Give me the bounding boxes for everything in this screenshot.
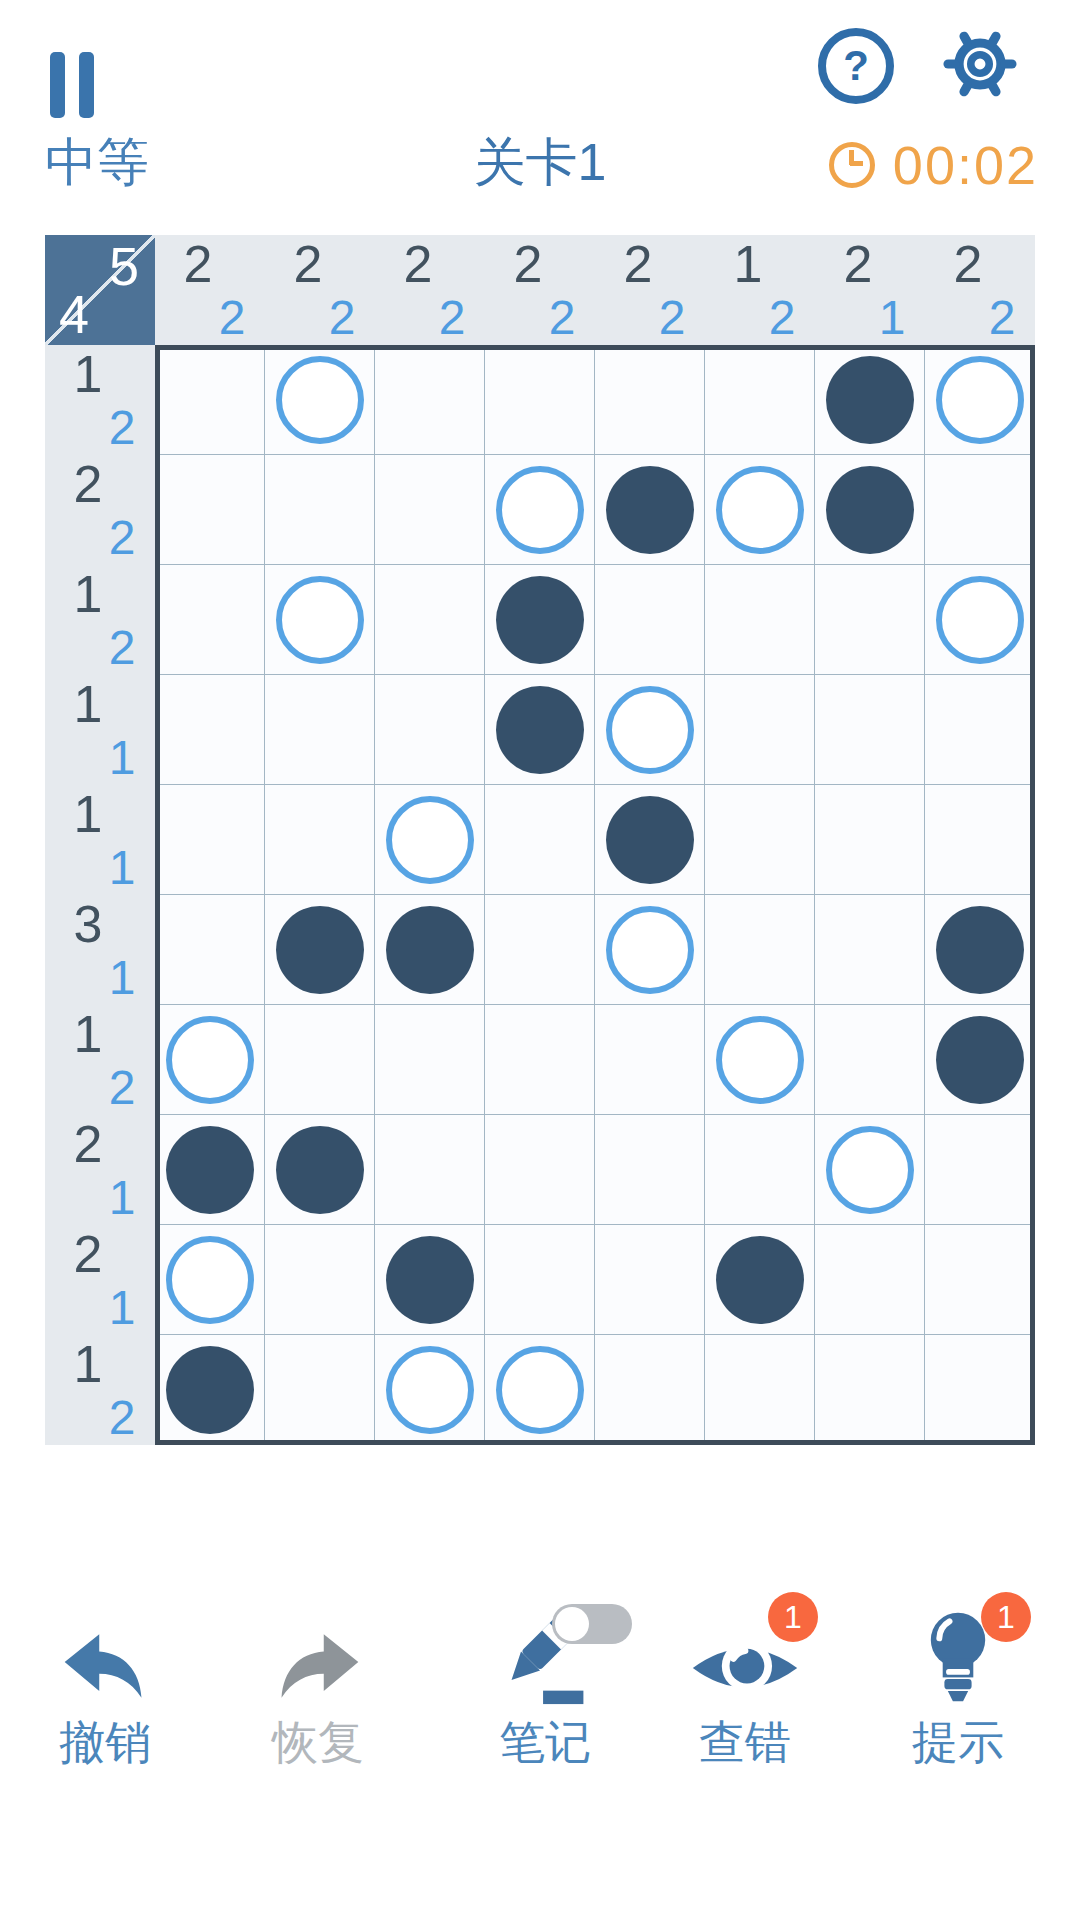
cell-r3c7[interactable] bbox=[815, 565, 925, 675]
white-circle bbox=[716, 1016, 804, 1104]
cell-r2c3[interactable] bbox=[375, 455, 485, 565]
cell-r2c7[interactable] bbox=[815, 455, 925, 565]
white-circle bbox=[936, 576, 1024, 664]
cell-r8c8[interactable] bbox=[925, 1115, 1035, 1225]
row-clue-1: 12 bbox=[45, 345, 155, 455]
black-circle bbox=[936, 906, 1024, 994]
pause-button[interactable] bbox=[50, 52, 96, 118]
corner-clue-bottom: 4 bbox=[59, 283, 89, 345]
settings-button[interactable] bbox=[938, 22, 1022, 106]
col-clue-7: 21 bbox=[815, 235, 925, 345]
cell-r5c3[interactable] bbox=[375, 785, 485, 895]
black-circle bbox=[386, 906, 474, 994]
redo-label: 恢复 bbox=[233, 1712, 403, 1774]
cell-r6c8[interactable] bbox=[925, 895, 1035, 1005]
hint-button[interactable]: 1 提示 bbox=[873, 1598, 1043, 1774]
row-clue-3: 12 bbox=[45, 565, 155, 675]
white-circle bbox=[386, 1346, 474, 1434]
undo-label: 撤销 bbox=[20, 1712, 190, 1774]
black-circle bbox=[276, 906, 364, 994]
cell-r10c6[interactable] bbox=[705, 1335, 815, 1445]
cell-r7c7[interactable] bbox=[815, 1005, 925, 1115]
cell-r3c2[interactable] bbox=[265, 565, 375, 675]
cell-r10c5[interactable] bbox=[595, 1335, 705, 1445]
cell-r9c4[interactable] bbox=[485, 1225, 595, 1335]
white-circle bbox=[276, 356, 364, 444]
col-clue-6: 12 bbox=[705, 235, 815, 345]
cell-r4c3[interactable] bbox=[375, 675, 485, 785]
cell-r7c4[interactable] bbox=[485, 1005, 595, 1115]
cell-r2c5[interactable] bbox=[595, 455, 705, 565]
cell-r5c6[interactable] bbox=[705, 785, 815, 895]
cell-r2c6[interactable] bbox=[705, 455, 815, 565]
cell-r8c5[interactable] bbox=[595, 1115, 705, 1225]
cell-r10c3[interactable] bbox=[375, 1335, 485, 1445]
cell-r7c8[interactable] bbox=[925, 1005, 1035, 1115]
col-clue-4: 22 bbox=[485, 235, 595, 345]
cell-r1c2[interactable] bbox=[265, 345, 375, 455]
cell-r4c7[interactable] bbox=[815, 675, 925, 785]
cell-r1c3[interactable] bbox=[375, 345, 485, 455]
cell-r3c4[interactable] bbox=[485, 565, 595, 675]
cell-r2c4[interactable] bbox=[485, 455, 595, 565]
cell-r5c8[interactable] bbox=[925, 785, 1035, 895]
cell-r8c7[interactable] bbox=[815, 1115, 925, 1225]
cell-r6c4[interactable] bbox=[485, 895, 595, 1005]
white-circle bbox=[496, 466, 584, 554]
question-mark-icon: ? bbox=[843, 42, 869, 90]
cell-r9c6[interactable] bbox=[705, 1225, 815, 1335]
col-clue-1: 22 bbox=[155, 235, 265, 345]
white-circle bbox=[936, 356, 1024, 444]
cell-r3c5[interactable] bbox=[595, 565, 705, 675]
redo-button[interactable]: 恢复 bbox=[233, 1598, 403, 1774]
cell-r9c8[interactable] bbox=[925, 1225, 1035, 1335]
cell-r4c6[interactable] bbox=[705, 675, 815, 785]
help-button[interactable]: ? bbox=[818, 28, 894, 104]
cell-r9c5[interactable] bbox=[595, 1225, 705, 1335]
pause-icon bbox=[79, 52, 94, 118]
col-clue-8: 22 bbox=[925, 235, 1035, 345]
cell-r1c8[interactable] bbox=[925, 345, 1035, 455]
cell-r1c6[interactable] bbox=[705, 345, 815, 455]
black-circle bbox=[166, 1346, 254, 1434]
cell-r8c4[interactable] bbox=[485, 1115, 595, 1225]
notes-button[interactable]: 笔记 bbox=[460, 1598, 630, 1774]
cell-r3c8[interactable] bbox=[925, 565, 1035, 675]
col-clue-2: 22 bbox=[265, 235, 375, 345]
cell-r8c3[interactable] bbox=[375, 1115, 485, 1225]
redo-arrow-icon bbox=[270, 1622, 366, 1708]
check-errors-badge: 1 bbox=[768, 1592, 818, 1642]
black-circle bbox=[936, 1016, 1024, 1104]
notes-label: 笔记 bbox=[460, 1712, 630, 1774]
row-clue-2: 22 bbox=[45, 455, 155, 565]
black-circle bbox=[826, 466, 914, 554]
row-clue-8: 21 bbox=[45, 1115, 155, 1225]
cell-r3c3[interactable] bbox=[375, 565, 485, 675]
cell-r5c2[interactable] bbox=[265, 785, 375, 895]
white-circle bbox=[276, 576, 364, 664]
pause-icon bbox=[50, 52, 65, 118]
black-circle bbox=[496, 686, 584, 774]
cell-r6c2[interactable] bbox=[265, 895, 375, 1005]
black-circle bbox=[606, 466, 694, 554]
black-circle bbox=[826, 356, 914, 444]
cell-r8c6[interactable] bbox=[705, 1115, 815, 1225]
row-clue-9: 21 bbox=[45, 1225, 155, 1335]
cell-r1c7[interactable] bbox=[815, 345, 925, 455]
white-circle bbox=[496, 1346, 584, 1434]
cell-r4c5[interactable] bbox=[595, 675, 705, 785]
clock-icon bbox=[829, 142, 875, 188]
hint-badge: 1 bbox=[981, 1592, 1031, 1642]
white-circle bbox=[606, 686, 694, 774]
white-circle bbox=[166, 1236, 254, 1324]
black-circle bbox=[386, 1236, 474, 1324]
white-circle bbox=[826, 1126, 914, 1214]
black-circle bbox=[166, 1126, 254, 1214]
cell-r4c8[interactable] bbox=[925, 675, 1035, 785]
corner-clue-top: 5 bbox=[109, 235, 139, 297]
undo-button[interactable]: 撤销 bbox=[20, 1598, 190, 1774]
cell-r5c4[interactable] bbox=[485, 785, 595, 895]
cell-r6c6[interactable] bbox=[705, 895, 815, 1005]
corner-clue-cell: 5 4 bbox=[45, 235, 155, 345]
row-clue-5: 11 bbox=[45, 785, 155, 895]
white-circle bbox=[166, 1016, 254, 1104]
white-circle bbox=[386, 796, 474, 884]
row-clue-4: 11 bbox=[45, 675, 155, 785]
cell-r6c5[interactable] bbox=[595, 895, 705, 1005]
cell-r7c5[interactable] bbox=[595, 1005, 705, 1115]
notes-toggle[interactable] bbox=[552, 1604, 632, 1644]
gear-icon bbox=[938, 22, 1022, 106]
cell-r1c5[interactable] bbox=[595, 345, 705, 455]
check-errors-button[interactable]: 1 查错 bbox=[660, 1598, 830, 1774]
undo-arrow-icon bbox=[57, 1622, 153, 1708]
toggle-knob bbox=[555, 1607, 589, 1641]
black-circle bbox=[606, 796, 694, 884]
cell-r2c8[interactable] bbox=[925, 455, 1035, 565]
cell-r10c4[interactable] bbox=[485, 1335, 595, 1445]
cell-r8c2[interactable] bbox=[265, 1115, 375, 1225]
black-circle bbox=[276, 1126, 364, 1214]
row-clue-7: 12 bbox=[45, 1005, 155, 1115]
cell-r10c2[interactable] bbox=[265, 1335, 375, 1445]
col-clue-3: 22 bbox=[375, 235, 485, 345]
cell-r9c2[interactable] bbox=[265, 1225, 375, 1335]
cell-r1c4[interactable] bbox=[485, 345, 595, 455]
black-circle bbox=[716, 1236, 804, 1324]
cell-r5c5[interactable] bbox=[595, 785, 705, 895]
black-circle bbox=[496, 576, 584, 664]
cell-r4c4[interactable] bbox=[485, 675, 595, 785]
col-clue-5: 22 bbox=[595, 235, 705, 345]
white-circle bbox=[606, 906, 694, 994]
timer-value: 00:02 bbox=[893, 134, 1038, 196]
cell-r7c2[interactable] bbox=[265, 1005, 375, 1115]
white-circle bbox=[716, 466, 804, 554]
cell-r6c3[interactable] bbox=[375, 895, 485, 1005]
cell-r10c8[interactable] bbox=[925, 1335, 1035, 1445]
check-errors-label: 查错 bbox=[660, 1712, 830, 1774]
cell-r5c7[interactable] bbox=[815, 785, 925, 895]
cell-r10c7[interactable] bbox=[815, 1335, 925, 1445]
cell-r9c3[interactable] bbox=[375, 1225, 485, 1335]
cell-r7c3[interactable] bbox=[375, 1005, 485, 1115]
cell-r4c2[interactable] bbox=[265, 675, 375, 785]
timer: 00:02 bbox=[829, 134, 1038, 196]
cell-r9c7[interactable] bbox=[815, 1225, 925, 1335]
hint-label: 提示 bbox=[873, 1712, 1043, 1774]
row-clue-6: 31 bbox=[45, 895, 155, 1005]
cell-r2c2[interactable] bbox=[265, 455, 375, 565]
puzzle-board: 5 4 222222222212212212221211113112212112 bbox=[45, 235, 1035, 1445]
row-clue-10: 12 bbox=[45, 1335, 155, 1445]
cell-r7c6[interactable] bbox=[705, 1005, 815, 1115]
cell-r3c6[interactable] bbox=[705, 565, 815, 675]
cell-r6c7[interactable] bbox=[815, 895, 925, 1005]
